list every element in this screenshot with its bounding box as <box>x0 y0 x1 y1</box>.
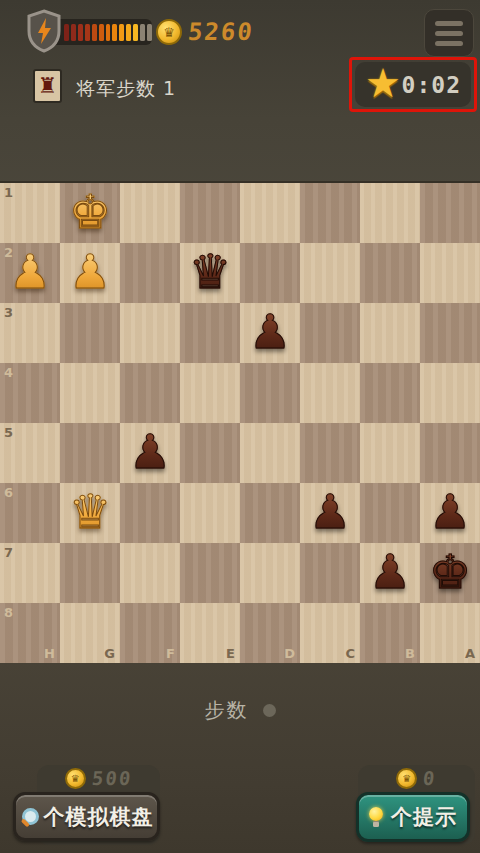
rank-label: 1 <box>4 185 13 200</box>
square-h6[interactable]: 6 <box>0 483 60 543</box>
square-g7[interactable] <box>60 543 120 603</box>
square-h2[interactable]: 2♟ <box>0 243 60 303</box>
square-d6[interactable] <box>240 483 300 543</box>
white-queen-g6[interactable]: ♛ <box>60 483 120 543</box>
square-f5[interactable]: ♟ <box>120 423 180 483</box>
square-e5[interactable] <box>180 423 240 483</box>
square-a7[interactable]: ♚ <box>420 543 480 603</box>
energy-segment <box>85 24 90 41</box>
square-c2[interactable] <box>300 243 360 303</box>
square-b8[interactable]: B <box>360 603 420 663</box>
file-label: A <box>465 646 475 661</box>
energy-segment <box>133 24 138 41</box>
lightbulb-icon <box>369 807 384 827</box>
hamburger-icon <box>435 41 463 46</box>
square-g2[interactable]: ♟ <box>60 243 120 303</box>
square-b3[interactable] <box>360 303 420 363</box>
square-b2[interactable] <box>360 243 420 303</box>
square-g1[interactable]: ♚ <box>60 183 120 243</box>
rook-badge-icon: ♜ <box>33 69 62 103</box>
square-e2[interactable]: ♛ <box>180 243 240 303</box>
square-f8[interactable]: F <box>120 603 180 663</box>
chess-board: 1♚2♟♟♛3♟45♟6♛♟♟7♟♚8HGFEDCBA <box>0 183 480 663</box>
energy-segment <box>112 24 117 41</box>
square-e1[interactable] <box>180 183 240 243</box>
energy-segment <box>119 24 124 41</box>
coin-balance: 5260 <box>187 18 256 46</box>
square-c4[interactable] <box>300 363 360 423</box>
square-a6[interactable]: ♟ <box>420 483 480 543</box>
square-h4[interactable]: 4 <box>0 363 60 423</box>
energy-segment <box>92 24 97 41</box>
rank-label: 7 <box>4 545 13 560</box>
square-g3[interactable] <box>60 303 120 363</box>
square-e3[interactable] <box>180 303 240 363</box>
square-e7[interactable] <box>180 543 240 603</box>
square-a8[interactable]: A <box>420 603 480 663</box>
square-c8[interactable]: C <box>300 603 360 663</box>
hint-counter: ♛ 0 <box>358 767 475 789</box>
square-f1[interactable] <box>120 183 180 243</box>
square-d5[interactable] <box>240 423 300 483</box>
energy-segment <box>140 24 145 41</box>
file-label: G <box>104 646 115 661</box>
simulate-board-label: 个模拟棋盘 <box>44 803 154 831</box>
black-queen-e2[interactable]: ♛ <box>180 243 240 303</box>
square-d3[interactable]: ♟ <box>240 303 300 363</box>
move-counter-label: 步数 <box>205 697 249 724</box>
square-f3[interactable] <box>120 303 180 363</box>
square-b7[interactable]: ♟ <box>360 543 420 603</box>
rook-icon: ♜ <box>38 75 58 97</box>
energy-segment <box>78 24 83 41</box>
square-g8[interactable]: G <box>60 603 120 663</box>
square-g4[interactable] <box>60 363 120 423</box>
square-f6[interactable] <box>120 483 180 543</box>
menu-button[interactable] <box>424 9 474 57</box>
square-b6[interactable] <box>360 483 420 543</box>
sim-board-count: 500 <box>91 767 134 789</box>
mission-title: 将军步数 1 <box>76 76 176 102</box>
square-g6[interactable]: ♛ <box>60 483 120 543</box>
energy-segment <box>64 24 69 41</box>
hint-button[interactable]: 个提示 <box>356 792 470 842</box>
black-pawn-c6[interactable]: ♟ <box>300 483 360 543</box>
rank-label: 4 <box>4 365 13 380</box>
file-label: C <box>345 646 355 661</box>
square-h7[interactable]: 7 <box>0 543 60 603</box>
square-a4[interactable] <box>420 363 480 423</box>
rank-label: 6 <box>4 485 13 500</box>
square-c6[interactable]: ♟ <box>300 483 360 543</box>
file-label: E <box>226 646 235 661</box>
black-king-a7[interactable]: ♚ <box>420 543 480 603</box>
square-d8[interactable]: D <box>240 603 300 663</box>
square-b5[interactable] <box>360 423 420 483</box>
white-king-g1[interactable]: ♚ <box>60 183 120 243</box>
square-e8[interactable]: E <box>180 603 240 663</box>
square-a3[interactable] <box>420 303 480 363</box>
square-h5[interactable]: 5 <box>0 423 60 483</box>
square-d7[interactable] <box>240 543 300 603</box>
crown-coin-icon: ♛ <box>156 19 182 45</box>
file-label: H <box>44 646 55 661</box>
crown-coin-icon: ♛ <box>65 768 86 789</box>
square-g5[interactable] <box>60 423 120 483</box>
square-c1[interactable] <box>300 183 360 243</box>
rank-label: 8 <box>4 605 13 620</box>
move-dot-icon <box>263 704 276 717</box>
square-h3[interactable]: 3 <box>0 303 60 363</box>
sim-board-counter: ♛ 500 <box>37 767 160 789</box>
square-h8[interactable]: 8H <box>0 603 60 663</box>
magnifier-icon <box>20 808 37 825</box>
energy-segment <box>147 24 152 41</box>
square-c5[interactable] <box>300 423 360 483</box>
hint-label: 个提示 <box>391 803 457 831</box>
chess-puzzle-app: ♛ 5260 ♜ 将军步数 1 ★ 0:02 1♚2♟♟♛3♟45♟6♛♟♟7♟… <box>0 0 480 853</box>
black-pawn-a6[interactable]: ♟ <box>420 483 480 543</box>
square-a5[interactable] <box>420 423 480 483</box>
square-d2[interactable] <box>240 243 300 303</box>
black-pawn-b7[interactable]: ♟ <box>360 543 420 603</box>
simulate-board-button[interactable]: 个模拟棋盘 <box>13 792 160 841</box>
square-c3[interactable] <box>300 303 360 363</box>
square-h1[interactable]: 1 <box>0 183 60 243</box>
file-label: B <box>405 646 415 661</box>
square-e4[interactable] <box>180 363 240 423</box>
energy-segment <box>106 24 111 41</box>
file-label: F <box>166 646 175 661</box>
square-b1[interactable] <box>360 183 420 243</box>
file-label: D <box>284 646 295 661</box>
square-d4[interactable] <box>240 363 300 423</box>
square-f2[interactable] <box>120 243 180 303</box>
shield-lightning-icon <box>25 9 63 53</box>
black-pawn-f5[interactable]: ♟ <box>120 423 180 483</box>
rank-label: 5 <box>4 425 13 440</box>
square-d1[interactable] <box>240 183 300 243</box>
square-c7[interactable] <box>300 543 360 603</box>
square-b4[interactable] <box>360 363 420 423</box>
hamburger-icon <box>435 21 463 26</box>
energy-segment <box>71 24 76 41</box>
square-a2[interactable] <box>420 243 480 303</box>
white-pawn-h2[interactable]: ♟ <box>0 243 60 303</box>
square-f4[interactable] <box>120 363 180 423</box>
rank-label: 3 <box>4 305 13 320</box>
hint-count: 0 <box>422 767 438 789</box>
hamburger-icon <box>435 31 463 36</box>
square-e6[interactable] <box>180 483 240 543</box>
square-f7[interactable] <box>120 543 180 603</box>
move-counter-row: 步数 <box>0 697 480 724</box>
black-pawn-d3[interactable]: ♟ <box>240 303 300 363</box>
energy-segment <box>126 24 131 41</box>
energy-segment <box>99 24 104 41</box>
crown-coin-icon: ♛ <box>396 768 417 789</box>
square-a1[interactable] <box>420 183 480 243</box>
white-pawn-g2[interactable]: ♟ <box>60 243 120 303</box>
timer-highlight-box <box>349 57 477 112</box>
